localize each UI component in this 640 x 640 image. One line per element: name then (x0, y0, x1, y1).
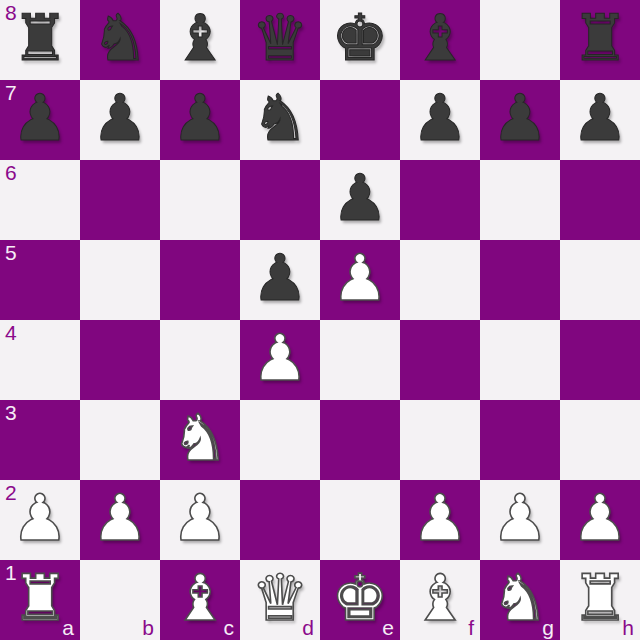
square-h3[interactable] (560, 400, 640, 480)
square-g8[interactable] (480, 0, 560, 80)
black-pawn-icon[interactable]: ♟ (91, 86, 148, 150)
square-h8[interactable]: ♜ (560, 0, 640, 80)
square-c4[interactable] (160, 320, 240, 400)
white-rook-icon[interactable]: ♜ (11, 566, 68, 630)
square-b1[interactable]: b (80, 560, 160, 640)
square-a6[interactable]: 6 (0, 160, 80, 240)
square-c5[interactable] (160, 240, 240, 320)
rank-label-3: 3 (5, 401, 17, 424)
square-g5[interactable] (480, 240, 560, 320)
square-a7[interactable]: 7♟ (0, 80, 80, 160)
square-c6[interactable] (160, 160, 240, 240)
square-h4[interactable] (560, 320, 640, 400)
white-pawn-icon[interactable]: ♟ (91, 486, 148, 550)
black-pawn-icon[interactable]: ♟ (11, 86, 68, 150)
square-c2[interactable]: ♟ (160, 480, 240, 560)
square-e8[interactable]: ♚ (320, 0, 400, 80)
square-e6[interactable]: ♟ (320, 160, 400, 240)
black-knight-icon[interactable]: ♞ (251, 86, 308, 150)
file-label-b: b (142, 616, 154, 640)
white-pawn-icon[interactable]: ♟ (331, 246, 388, 310)
square-a4[interactable]: 4 (0, 320, 80, 400)
square-h1[interactable]: h♜ (560, 560, 640, 640)
square-d7[interactable]: ♞ (240, 80, 320, 160)
square-b7[interactable]: ♟ (80, 80, 160, 160)
square-g4[interactable] (480, 320, 560, 400)
square-d4[interactable]: ♟ (240, 320, 320, 400)
black-king-icon[interactable]: ♚ (331, 6, 388, 70)
black-pawn-icon[interactable]: ♟ (171, 86, 228, 150)
white-pawn-icon[interactable]: ♟ (11, 486, 68, 550)
file-label-f: f (468, 616, 474, 640)
square-f3[interactable] (400, 400, 480, 480)
black-bishop-icon[interactable]: ♝ (411, 6, 468, 70)
square-g3[interactable] (480, 400, 560, 480)
square-e2[interactable] (320, 480, 400, 560)
rank-label-5: 5 (5, 241, 17, 264)
square-b2[interactable]: ♟ (80, 480, 160, 560)
square-f8[interactable]: ♝ (400, 0, 480, 80)
white-king-icon[interactable]: ♚ (331, 566, 388, 630)
rank-label-4: 4 (5, 321, 17, 344)
square-e4[interactable] (320, 320, 400, 400)
white-bishop-icon[interactable]: ♝ (411, 566, 468, 630)
square-g6[interactable] (480, 160, 560, 240)
square-a2[interactable]: 2♟ (0, 480, 80, 560)
white-rook-icon[interactable]: ♜ (571, 566, 628, 630)
square-f2[interactable]: ♟ (400, 480, 480, 560)
square-e1[interactable]: e♚ (320, 560, 400, 640)
white-knight-icon[interactable]: ♞ (171, 406, 228, 470)
square-e3[interactable] (320, 400, 400, 480)
white-pawn-icon[interactable]: ♟ (571, 486, 628, 550)
square-f7[interactable]: ♟ (400, 80, 480, 160)
white-pawn-icon[interactable]: ♟ (411, 486, 468, 550)
square-f4[interactable] (400, 320, 480, 400)
square-d3[interactable] (240, 400, 320, 480)
square-f1[interactable]: f♝ (400, 560, 480, 640)
square-h5[interactable] (560, 240, 640, 320)
square-f6[interactable] (400, 160, 480, 240)
black-pawn-icon[interactable]: ♟ (411, 86, 468, 150)
black-pawn-icon[interactable]: ♟ (571, 86, 628, 150)
chess-board: 8♜♞♝♛♚♝♜7♟♟♟♞♟♟♟6♟5♟♟4♟3♞2♟♟♟♟♟♟1a♜bc♝d♛… (0, 0, 640, 640)
square-h7[interactable]: ♟ (560, 80, 640, 160)
black-queen-icon[interactable]: ♛ (251, 6, 308, 70)
white-queen-icon[interactable]: ♛ (251, 566, 308, 630)
square-b5[interactable] (80, 240, 160, 320)
white-bishop-icon[interactable]: ♝ (171, 566, 228, 630)
white-knight-icon[interactable]: ♞ (491, 566, 548, 630)
black-rook-icon[interactable]: ♜ (11, 6, 68, 70)
black-pawn-icon[interactable]: ♟ (251, 246, 308, 310)
square-h6[interactable] (560, 160, 640, 240)
square-f5[interactable] (400, 240, 480, 320)
white-pawn-icon[interactable]: ♟ (251, 326, 308, 390)
square-b6[interactable] (80, 160, 160, 240)
square-h2[interactable]: ♟ (560, 480, 640, 560)
square-a1[interactable]: 1a♜ (0, 560, 80, 640)
square-b8[interactable]: ♞ (80, 0, 160, 80)
square-b3[interactable] (80, 400, 160, 480)
square-c3[interactable]: ♞ (160, 400, 240, 480)
square-d5[interactable]: ♟ (240, 240, 320, 320)
square-g1[interactable]: g♞ (480, 560, 560, 640)
square-a5[interactable]: 5 (0, 240, 80, 320)
square-e7[interactable] (320, 80, 400, 160)
square-c7[interactable]: ♟ (160, 80, 240, 160)
square-d1[interactable]: d♛ (240, 560, 320, 640)
white-pawn-icon[interactable]: ♟ (171, 486, 228, 550)
square-c1[interactable]: c♝ (160, 560, 240, 640)
square-d8[interactable]: ♛ (240, 0, 320, 80)
square-g7[interactable]: ♟ (480, 80, 560, 160)
square-d2[interactable] (240, 480, 320, 560)
black-rook-icon[interactable]: ♜ (571, 6, 628, 70)
black-bishop-icon[interactable]: ♝ (171, 6, 228, 70)
black-knight-icon[interactable]: ♞ (91, 6, 148, 70)
square-d6[interactable] (240, 160, 320, 240)
square-g2[interactable]: ♟ (480, 480, 560, 560)
square-a3[interactable]: 3 (0, 400, 80, 480)
black-pawn-icon[interactable]: ♟ (331, 166, 388, 230)
rank-label-6: 6 (5, 161, 17, 184)
square-c8[interactable]: ♝ (160, 0, 240, 80)
square-e5[interactable]: ♟ (320, 240, 400, 320)
square-b4[interactable] (80, 320, 160, 400)
square-a8[interactable]: 8♜ (0, 0, 80, 80)
white-pawn-icon[interactable]: ♟ (491, 486, 548, 550)
black-pawn-icon[interactable]: ♟ (491, 86, 548, 150)
